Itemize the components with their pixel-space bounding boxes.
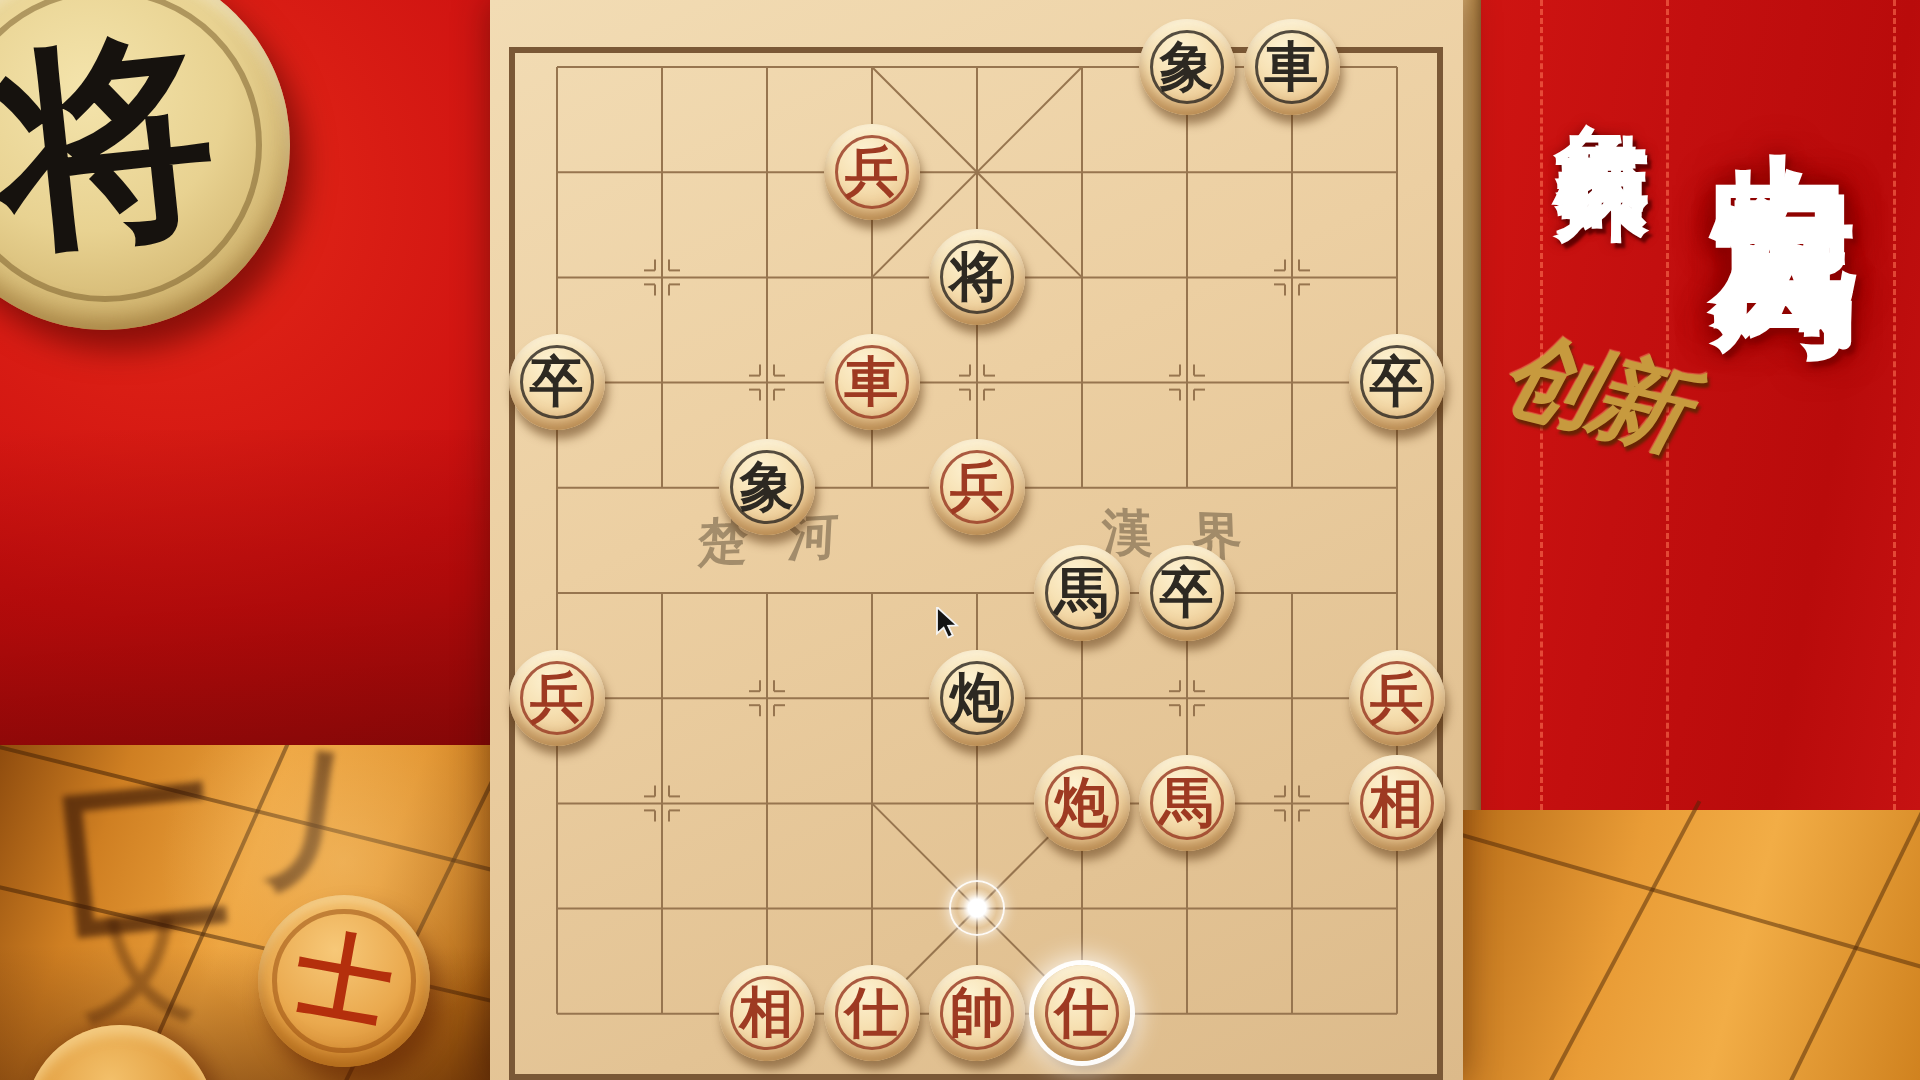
decor-advisor-piece-photo: 士 [258, 895, 430, 1067]
piece-車-red[interactable]: 車 [824, 334, 920, 430]
piece-卒-black[interactable]: 卒 [1349, 334, 1445, 430]
move-origin-marker [949, 880, 1005, 936]
piece-glyph: 仕 [824, 965, 920, 1061]
xiangqi-board[interactable]: 楚河 漢界 象車兵将卒車卒象兵馬卒兵炮兵炮馬相相仕帥仕 [490, 0, 1463, 1080]
carved-inscription: 乂 [85, 895, 195, 1044]
piece-炮-black[interactable]: 炮 [929, 650, 1025, 746]
piece-glyph: 相 [719, 965, 815, 1061]
piece-glyph: 兵 [509, 650, 605, 746]
piece-仕-red[interactable]: 仕 [824, 965, 920, 1061]
banner-subtitle: 象棋大师 [1551, 46, 1655, 86]
piece-glyph: 車 [824, 334, 920, 430]
piece-glyph: 相 [1349, 755, 1445, 851]
fabric-fold-shadow [0, 430, 490, 750]
fabric-seam [1893, 0, 1896, 810]
piece-相-red[interactable]: 相 [719, 965, 815, 1061]
banner-title: 中炮对屏风马 [1705, 34, 1865, 136]
piece-帥-red[interactable]: 帥 [929, 965, 1025, 1061]
piece-glyph: 炮 [929, 650, 1025, 746]
piece-glyph: 象 [719, 439, 815, 535]
piece-glyph: 卒 [509, 334, 605, 430]
piece-馬-black[interactable]: 馬 [1034, 545, 1130, 641]
piece-glyph: 象 [1139, 19, 1235, 115]
carved-inscription: 匚 [43, 745, 236, 987]
left-background-panel: 将 匚 丿 乂 士 [0, 0, 490, 1080]
piece-glyph: 仕 [1034, 965, 1130, 1061]
piece-glyph: 馬 [1034, 545, 1130, 641]
piece-兵-red[interactable]: 兵 [824, 124, 920, 220]
decor-general-piece-photo: 将 [0, 0, 290, 330]
piece-仕-red[interactable]: 仕 [1034, 965, 1130, 1061]
photo-grid-line [1529, 800, 1702, 1080]
piece-兵-red[interactable]: 兵 [509, 650, 605, 746]
piece-glyph: 卒 [1349, 334, 1445, 430]
piece-layer: 象車兵将卒車卒象兵馬卒兵炮兵炮馬相相仕帥仕 [504, 14, 1449, 1066]
banner-gold-edge-strip [1463, 0, 1481, 810]
piece-兵-red[interactable]: 兵 [929, 439, 1025, 535]
piece-馬-red[interactable]: 馬 [1139, 755, 1235, 851]
piece-炮-red[interactable]: 炮 [1034, 755, 1130, 851]
photo-grid-line [1463, 828, 1920, 986]
piece-glyph: 馬 [1139, 755, 1235, 851]
piece-兵-red[interactable]: 兵 [1349, 650, 1445, 746]
piece-glyph: 兵 [824, 124, 920, 220]
piece-glyph: 兵 [929, 439, 1025, 535]
piece-象-black[interactable]: 象 [1139, 19, 1235, 115]
piece-glyph: 車 [1244, 19, 1340, 115]
piece-glyph: 炮 [1034, 755, 1130, 851]
piece-glyph: 兵 [1349, 650, 1445, 746]
piece-卒-black[interactable]: 卒 [1139, 545, 1235, 641]
piece-将-black[interactable]: 将 [929, 229, 1025, 325]
general-glyph: 将 [0, 0, 308, 348]
right-banner-panel: 象棋大师 创新 中炮对屏风马 [1463, 0, 1920, 1080]
piece-glyph: 帥 [929, 965, 1025, 1061]
xiangqi-app: 将 匚 丿 乂 士 楚河 漢界 象車兵将卒車卒象兵馬卒兵炮兵炮馬相相仕帥仕 [0, 0, 1920, 1080]
piece-相-red[interactable]: 相 [1349, 755, 1445, 851]
piece-卒-black[interactable]: 卒 [509, 334, 605, 430]
advisor-glyph: 士 [244, 881, 443, 1080]
photo-grid-line [0, 745, 490, 894]
piece-象-black[interactable]: 象 [719, 439, 815, 535]
piece-glyph: 将 [929, 229, 1025, 325]
mouse-cursor [935, 607, 965, 641]
banner-gold-photo [1463, 810, 1920, 1080]
piece-glyph: 卒 [1139, 545, 1235, 641]
piece-車-black[interactable]: 車 [1244, 19, 1340, 115]
